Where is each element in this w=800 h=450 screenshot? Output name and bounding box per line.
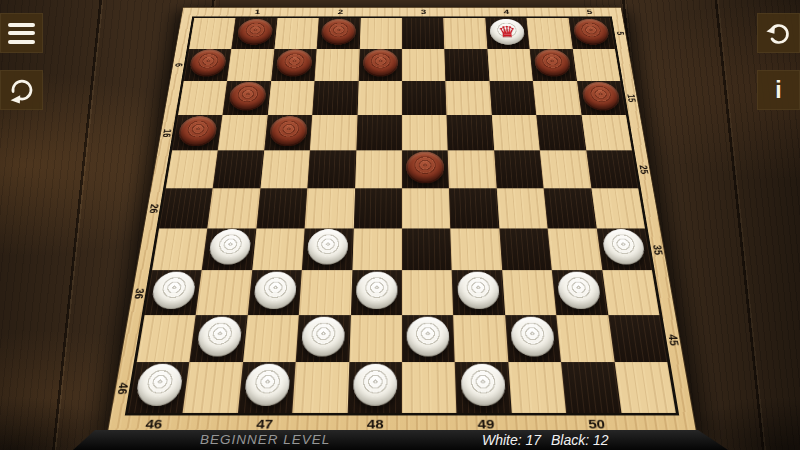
light-square bbox=[548, 228, 602, 270]
light-square bbox=[572, 49, 620, 81]
restart-circular-arrow-icon bbox=[8, 76, 36, 104]
white-man-square-41[interactable] bbox=[195, 316, 242, 356]
square-24[interactable] bbox=[494, 151, 544, 189]
square-47[interactable] bbox=[238, 362, 296, 412]
square-41[interactable] bbox=[190, 315, 248, 362]
board-frame: ♛ 123454647484950616263646515253545 bbox=[107, 7, 697, 432]
light-square bbox=[533, 81, 581, 115]
light-square bbox=[502, 270, 556, 315]
menu-button[interactable] bbox=[0, 13, 43, 53]
light-square bbox=[166, 151, 218, 189]
square-2[interactable] bbox=[317, 18, 361, 49]
light-square bbox=[268, 81, 315, 115]
white-man-square-37[interactable] bbox=[253, 272, 297, 309]
white-man-square-40[interactable] bbox=[557, 272, 603, 309]
light-square bbox=[252, 228, 305, 270]
king-crown-icon: ♛ bbox=[489, 19, 525, 45]
coord-top-3: 3 bbox=[403, 8, 445, 16]
coord-bottom-50: 50 bbox=[568, 416, 625, 431]
white-man-square-35[interactable] bbox=[601, 229, 646, 264]
light-square bbox=[218, 115, 268, 151]
coord-bottom-48: 48 bbox=[347, 416, 403, 431]
light-square bbox=[305, 188, 355, 228]
hamburger-icon bbox=[8, 23, 35, 44]
white-man-square-49[interactable] bbox=[460, 364, 506, 406]
light-square bbox=[402, 188, 451, 228]
square-29[interactable] bbox=[449, 188, 499, 228]
info-icon: i bbox=[775, 79, 781, 102]
white-man-square-36[interactable] bbox=[150, 272, 197, 309]
square-45[interactable] bbox=[608, 315, 667, 362]
light-square bbox=[497, 188, 548, 228]
white-man-square-47[interactable] bbox=[243, 364, 290, 406]
black-man-square-6[interactable] bbox=[188, 50, 227, 77]
white-man-square-39[interactable] bbox=[457, 272, 500, 309]
square-37[interactable] bbox=[248, 270, 302, 315]
restart-button[interactable] bbox=[0, 70, 43, 110]
square-5[interactable] bbox=[568, 18, 615, 49]
coord-top-1: 1 bbox=[236, 8, 278, 16]
light-square bbox=[402, 115, 448, 151]
light-square bbox=[444, 18, 488, 49]
light-square bbox=[527, 18, 573, 49]
square-32[interactable] bbox=[302, 228, 353, 270]
light-square bbox=[243, 315, 299, 362]
square-25[interactable] bbox=[586, 151, 638, 189]
square-35[interactable] bbox=[596, 228, 652, 270]
light-square bbox=[196, 270, 252, 315]
square-3[interactable] bbox=[402, 18, 445, 49]
black-man-square-15[interactable] bbox=[581, 82, 621, 110]
light-square bbox=[315, 49, 360, 81]
light-square bbox=[556, 315, 614, 362]
black-man-square-10[interactable] bbox=[534, 50, 572, 77]
white-man-square-46[interactable] bbox=[134, 364, 184, 406]
light-square bbox=[508, 362, 566, 412]
black-man-square-1[interactable] bbox=[236, 19, 273, 45]
black-man-square-7[interactable] bbox=[276, 50, 313, 77]
square-26[interactable] bbox=[159, 188, 213, 228]
undo-button[interactable] bbox=[757, 13, 800, 53]
square-14[interactable] bbox=[489, 81, 536, 115]
light-square bbox=[292, 362, 348, 412]
light-square bbox=[402, 270, 453, 315]
white-king-square-4[interactable]: ♛ bbox=[489, 19, 525, 45]
square-13[interactable] bbox=[402, 81, 447, 115]
light-square bbox=[349, 315, 402, 362]
checkers-app-screen: ♛ 123454647484950616263646515253545 i BE… bbox=[0, 0, 800, 450]
white-man-square-44[interactable] bbox=[510, 316, 556, 356]
square-33[interactable] bbox=[402, 228, 452, 270]
info-button[interactable]: i bbox=[757, 70, 800, 110]
light-square bbox=[189, 18, 236, 49]
black-count-label: Black: 12 bbox=[551, 432, 609, 448]
coord-top-4: 4 bbox=[485, 8, 527, 16]
light-square bbox=[310, 115, 357, 151]
square-7[interactable] bbox=[271, 49, 317, 81]
square-21[interactable] bbox=[213, 151, 264, 189]
square-18[interactable] bbox=[356, 115, 402, 151]
light-square bbox=[299, 270, 352, 315]
square-9[interactable] bbox=[445, 49, 490, 81]
black-man-square-11[interactable] bbox=[228, 82, 267, 110]
light-square bbox=[453, 315, 508, 362]
square-15[interactable] bbox=[577, 81, 626, 115]
square-31[interactable] bbox=[202, 228, 256, 270]
light-square bbox=[591, 188, 645, 228]
square-20[interactable] bbox=[536, 115, 586, 151]
black-man-square-2[interactable] bbox=[321, 19, 356, 45]
square-23[interactable] bbox=[402, 151, 449, 189]
difficulty-level-label: BEGINNER LEVEL bbox=[200, 432, 330, 447]
square-4[interactable]: ♛ bbox=[485, 18, 530, 49]
square-48[interactable] bbox=[347, 362, 402, 412]
white-man-square-42[interactable] bbox=[301, 316, 345, 356]
square-44[interactable] bbox=[505, 315, 561, 362]
light-square bbox=[540, 151, 591, 189]
white-man-square-48[interactable] bbox=[353, 364, 397, 406]
square-46[interactable] bbox=[128, 362, 189, 412]
light-square bbox=[355, 151, 402, 189]
square-27[interactable] bbox=[256, 188, 307, 228]
light-square bbox=[227, 49, 274, 81]
light-square bbox=[352, 228, 402, 270]
square-12[interactable] bbox=[312, 81, 358, 115]
square-40[interactable] bbox=[552, 270, 608, 315]
light-square bbox=[602, 270, 659, 315]
square-22[interactable] bbox=[307, 151, 356, 189]
square-42[interactable] bbox=[296, 315, 351, 362]
light-square bbox=[487, 49, 533, 81]
square-1[interactable] bbox=[232, 18, 278, 49]
light-square bbox=[448, 151, 497, 189]
white-man-square-38[interactable] bbox=[356, 272, 398, 309]
coord-top-5: 5 bbox=[568, 8, 611, 16]
square-36[interactable] bbox=[145, 270, 202, 315]
square-50[interactable] bbox=[561, 362, 621, 412]
square-30[interactable] bbox=[544, 188, 597, 228]
square-34[interactable] bbox=[499, 228, 552, 270]
light-square bbox=[274, 18, 319, 49]
coord-bottom-46: 46 bbox=[125, 416, 183, 431]
light-square bbox=[581, 115, 632, 151]
black-man-square-17[interactable] bbox=[269, 116, 308, 146]
undo-arrow-icon bbox=[765, 19, 793, 47]
coord-bottom-47: 47 bbox=[236, 416, 293, 431]
play-area: ♛ bbox=[125, 16, 679, 415]
light-square bbox=[402, 49, 446, 81]
light-square bbox=[614, 362, 676, 412]
white-man-square-31[interactable] bbox=[207, 229, 251, 264]
light-square bbox=[260, 151, 310, 189]
coord-bottom-49: 49 bbox=[458, 416, 514, 431]
square-49[interactable] bbox=[455, 362, 511, 412]
white-man-square-43[interactable] bbox=[407, 316, 450, 356]
square-17[interactable] bbox=[264, 115, 312, 151]
light-square bbox=[152, 228, 208, 270]
square-11[interactable] bbox=[223, 81, 271, 115]
square-38[interactable] bbox=[351, 270, 402, 315]
light-square bbox=[178, 81, 227, 115]
black-man-square-8[interactable] bbox=[363, 50, 398, 77]
square-28[interactable] bbox=[353, 188, 402, 228]
light-square bbox=[446, 81, 492, 115]
black-man-square-23[interactable] bbox=[406, 152, 444, 184]
square-19[interactable] bbox=[447, 115, 494, 151]
light-square bbox=[137, 315, 196, 362]
light-square bbox=[492, 115, 540, 151]
square-6[interactable] bbox=[184, 49, 232, 81]
square-43[interactable] bbox=[402, 315, 455, 362]
black-man-square-5[interactable] bbox=[572, 19, 610, 45]
white-man-square-32[interactable] bbox=[307, 229, 349, 264]
white-count-label: White: 17 bbox=[482, 432, 541, 448]
coord-top-2: 2 bbox=[319, 8, 361, 16]
square-10[interactable] bbox=[530, 49, 577, 81]
light-square bbox=[208, 188, 261, 228]
square-16[interactable] bbox=[172, 115, 223, 151]
checkers-board: ♛ 123454647484950616263646515253545 bbox=[107, 7, 697, 432]
light-square bbox=[451, 228, 502, 270]
status-bar: BEGINNER LEVEL White: 17 Black: 12 bbox=[73, 430, 733, 450]
black-man-square-16[interactable] bbox=[177, 116, 218, 146]
light-square bbox=[359, 18, 402, 49]
light-square bbox=[357, 81, 402, 115]
light-square bbox=[402, 362, 457, 412]
light-square bbox=[183, 362, 243, 412]
square-8[interactable] bbox=[358, 49, 402, 81]
square-39[interactable] bbox=[452, 270, 505, 315]
